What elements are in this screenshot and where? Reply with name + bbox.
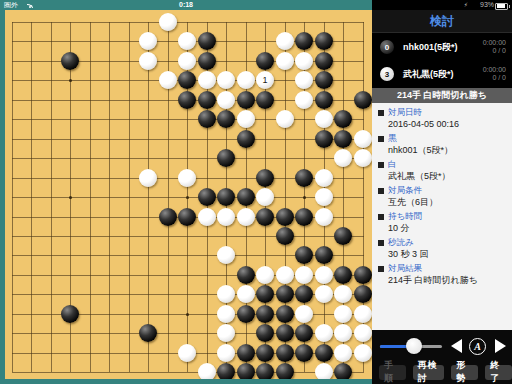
white-stone: [354, 324, 372, 342]
list-bullet-icon: [378, 240, 384, 246]
player-row-black: 0 nhk001(5段*) 0:00:00 0 / 0: [372, 34, 512, 60]
info-value: 2016-04-05 00:16: [388, 118, 512, 130]
info-label: 秒読み: [388, 237, 414, 249]
black-stone: [178, 208, 196, 226]
black-stone: [315, 91, 333, 109]
black-stone: [178, 91, 196, 109]
black-stone: [295, 32, 313, 50]
white-stone: [276, 32, 294, 50]
white-stone: [334, 149, 352, 167]
white-stone: [178, 32, 196, 50]
battery-icon: [495, 3, 508, 10]
black-stone: [315, 32, 333, 50]
black-stone: [276, 363, 294, 379]
black-stone: [276, 344, 294, 362]
black-stone: [256, 52, 274, 70]
grid-line: [12, 372, 364, 373]
white-stone: [354, 149, 372, 167]
info-value: 武礼黒（5段*）: [388, 170, 512, 182]
black-stone: [334, 227, 352, 245]
white-player-name: 武礼黒(5段*): [403, 68, 483, 81]
black-stone: [315, 130, 333, 148]
white-stone: [139, 32, 157, 50]
white-stone: [354, 130, 372, 148]
white-stone: [334, 285, 352, 303]
black-stone: [276, 285, 294, 303]
white-stone: [276, 52, 294, 70]
black-stone: [237, 363, 255, 379]
list-item: 秒読み 30 秒 3 回: [372, 237, 512, 260]
black-stone: [217, 363, 235, 379]
white-stone: [237, 285, 255, 303]
list-item: 対局結果 214手 白時間切れ勝ち: [372, 263, 512, 286]
white-stone: [237, 110, 255, 128]
white-stone: [159, 13, 177, 31]
star-point: [186, 313, 189, 316]
previous-move-button[interactable]: [451, 339, 462, 353]
list-bullet-icon: [378, 110, 384, 116]
white-stone: [315, 188, 333, 206]
black-stone: [276, 324, 294, 342]
black-stone: [315, 246, 333, 264]
list-bullet-icon: [378, 136, 384, 142]
result-banner-text: 214手 白時間切れ勝ち: [397, 89, 487, 102]
slider-knob[interactable]: [406, 338, 422, 354]
star-point: [186, 196, 189, 199]
sidebar-nav-bar: 検討: [372, 10, 512, 33]
info-label: 対局日時: [388, 107, 422, 119]
playback-controls: A 手 順 再検討 形 勢 終 了: [372, 330, 512, 384]
info-label: 対局条件: [388, 185, 422, 197]
white-stone: [315, 285, 333, 303]
black-stone: [295, 344, 313, 362]
list-bullet-icon: [378, 188, 384, 194]
white-stone: [198, 208, 216, 226]
list-item: 対局条件 互先（6目）: [372, 185, 512, 208]
info-label: 白: [388, 159, 397, 171]
white-stone: [315, 110, 333, 128]
white-stone: [198, 71, 216, 89]
black-stone: [256, 305, 274, 323]
black-stone: [276, 305, 294, 323]
info-label: 黒: [388, 133, 397, 145]
info-value: 30 秒 3 回: [388, 248, 512, 260]
black-stone: [198, 110, 216, 128]
white-stone: [295, 305, 313, 323]
info-label: 対局結果: [388, 263, 422, 275]
black-stone: [295, 169, 313, 187]
position-judge-button[interactable]: 形 勢: [451, 365, 478, 380]
star-point: [303, 196, 306, 199]
white-stone: [315, 324, 333, 342]
black-stone: [237, 91, 255, 109]
list-bullet-icon: [378, 266, 384, 272]
white-stone: [178, 52, 196, 70]
black-player-clock: 0:00:00 0 / 0: [483, 39, 506, 55]
grid-line: [12, 236, 364, 237]
white-stone: [217, 285, 235, 303]
black-stone: [61, 52, 79, 70]
black-stone: [315, 71, 333, 89]
black-stone: [354, 285, 372, 303]
black-stone: [237, 188, 255, 206]
black-stone: [334, 266, 352, 284]
move-number-label: 1: [262, 75, 267, 85]
black-stone: [237, 130, 255, 148]
white-stone: [354, 305, 372, 323]
black-stone: [237, 305, 255, 323]
moves-button[interactable]: 手 順: [379, 365, 406, 380]
black-stone: [295, 208, 313, 226]
white-stone: [217, 305, 235, 323]
black-stone: [334, 110, 352, 128]
list-item: 黒 nhk001（5段*）: [372, 133, 512, 156]
black-stone: [139, 324, 157, 342]
black-stone: [159, 208, 177, 226]
white-stone: [315, 363, 333, 379]
list-item: 白 武礼黒（5段*）: [372, 159, 512, 182]
white-stone: [295, 91, 313, 109]
white-stone: [256, 188, 274, 206]
white-stone: [315, 169, 333, 187]
white-stone: [198, 363, 216, 379]
white-stone: [237, 71, 255, 89]
white-stone: 1: [256, 71, 274, 89]
black-stone: [295, 246, 313, 264]
white-stone: [237, 208, 255, 226]
status-clock: 0:18: [0, 0, 372, 10]
exit-button[interactable]: 終 了: [485, 365, 512, 380]
white-stone: [217, 344, 235, 362]
black-stone: [276, 227, 294, 245]
white-stone: [217, 246, 235, 264]
black-stone: [198, 188, 216, 206]
white-stone: [276, 266, 294, 284]
white-stone: [159, 71, 177, 89]
white-stone: [295, 71, 313, 89]
black-stone: [334, 130, 352, 148]
white-stone: [334, 344, 352, 362]
analysis-sidebar: 検討 0 nhk001(5段*) 0:00:00 0 / 0 3 武礼黒(5段*…: [372, 0, 512, 384]
black-stone: [198, 52, 216, 70]
white-player-clock: 0:00:00 0 / 0: [483, 66, 506, 82]
star-point: [69, 196, 72, 199]
black-stone: [198, 32, 216, 50]
list-bullet-icon: [378, 214, 384, 220]
sidebar-title: 検討: [430, 13, 454, 30]
bluetooth-icon: ⚡: [464, 0, 468, 10]
autoplay-button[interactable]: A: [469, 338, 486, 355]
white-stone: [139, 52, 157, 70]
white-capture-badge: 3: [380, 67, 394, 81]
game-info-list: 対局日時 2016-04-05 00:16 黒 nhk001（5段*） 白 武礼…: [372, 103, 512, 330]
black-stone: [237, 266, 255, 284]
list-item: 対局日時 2016-04-05 00:16: [372, 107, 512, 130]
black-stone: [237, 344, 255, 362]
list-bullet-icon: [378, 162, 384, 168]
black-player-name: nhk001(5段*): [403, 41, 483, 54]
white-stone: [276, 110, 294, 128]
black-capture-badge: 0: [380, 40, 394, 54]
black-stone: [315, 52, 333, 70]
re-analyze-button[interactable]: 再検討: [413, 365, 444, 380]
black-stone: [315, 344, 333, 362]
white-stone: [178, 169, 196, 187]
white-stone: [217, 324, 235, 342]
players-panel: 0 nhk001(5段*) 0:00:00 0 / 0 3 武礼黒(5段*) 0…: [372, 33, 512, 87]
info-value: 214手 白時間切れ勝ち: [388, 274, 512, 286]
black-stone: [295, 285, 313, 303]
next-move-button[interactable]: [495, 339, 506, 353]
star-point: [69, 79, 72, 82]
black-stone: [256, 324, 274, 342]
player-row-white: 3 武礼黒(5段*) 0:00:00 0 / 0: [372, 61, 512, 87]
white-stone: [256, 266, 274, 284]
black-stone: [256, 208, 274, 226]
info-value: nhk001（5段*）: [388, 144, 512, 156]
black-stone: [256, 363, 274, 379]
white-stone: [295, 52, 313, 70]
white-stone: [178, 344, 196, 362]
white-stone: [139, 169, 157, 187]
white-stone: [295, 266, 313, 284]
white-stone: [217, 91, 235, 109]
black-stone: [354, 91, 372, 109]
black-stone: [354, 266, 372, 284]
black-stone: [256, 344, 274, 362]
white-stone: [315, 266, 333, 284]
black-stone: [256, 285, 274, 303]
white-stone: [315, 208, 333, 226]
info-label: 持ち時間: [388, 211, 422, 223]
autoplay-icon: A: [474, 341, 481, 352]
black-stone: [334, 363, 352, 379]
info-value: 10 分: [388, 222, 512, 234]
status-bar: 圏外 0:18 ⚡ 93%: [0, 0, 512, 10]
white-stone: [217, 71, 235, 89]
black-stone: [276, 208, 294, 226]
black-stone: [256, 169, 274, 187]
board-frame: 1: [0, 10, 372, 384]
white-stone: [334, 324, 352, 342]
list-item: 持ち時間 10 分: [372, 211, 512, 234]
battery-percent: 93%: [480, 0, 494, 10]
black-stone: [217, 149, 235, 167]
result-banner: 214手 白時間切れ勝ち: [372, 88, 512, 103]
white-stone: [334, 305, 352, 323]
black-stone: [198, 91, 216, 109]
white-stone: [217, 208, 235, 226]
go-board[interactable]: 1: [5, 10, 372, 379]
move-slider[interactable]: [380, 338, 442, 354]
black-stone: [61, 305, 79, 323]
info-value: 互先（6目）: [388, 196, 512, 208]
black-stone: [256, 91, 274, 109]
white-stone: [354, 344, 372, 362]
black-stone: [217, 110, 235, 128]
black-stone: [295, 324, 313, 342]
black-stone: [217, 188, 235, 206]
black-stone: [178, 71, 196, 89]
